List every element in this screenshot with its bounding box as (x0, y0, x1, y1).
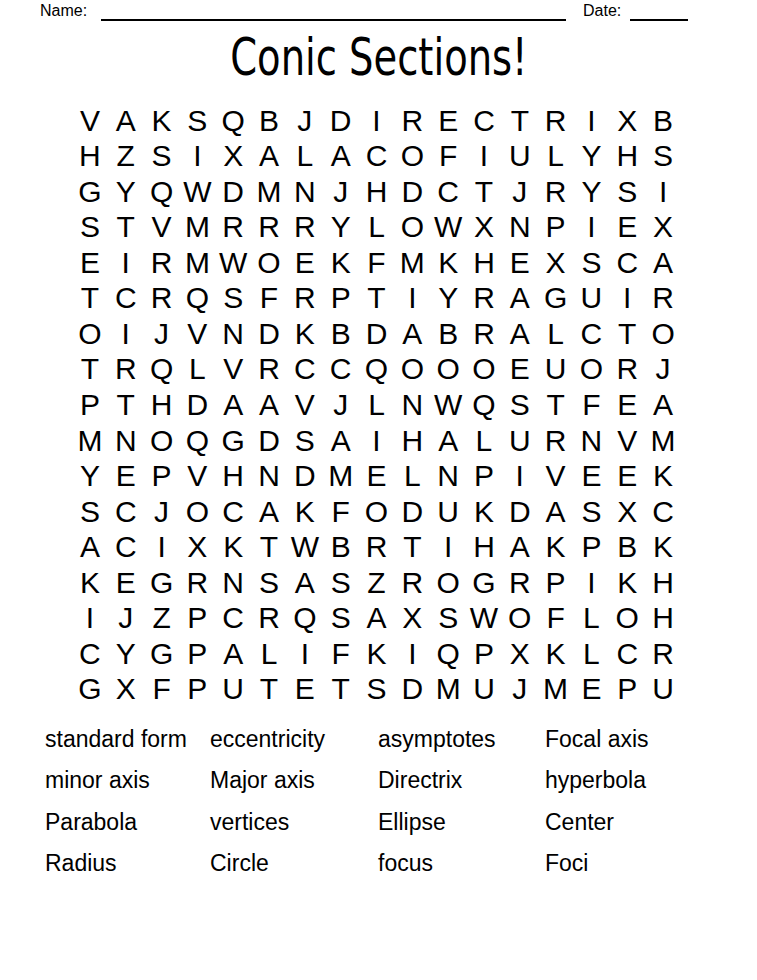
word-list-item: focus (378, 843, 545, 884)
grid-cell-r9c13[interactable]: S (502, 387, 538, 423)
grid-cell-r14c4[interactable]: R (179, 565, 215, 601)
grid-cell-r12c10[interactable]: D (394, 494, 430, 530)
grid-cell-r2c13[interactable]: U (502, 139, 538, 175)
word-list-item: minor axis (45, 760, 210, 801)
grid-cell-r3c3[interactable]: Q (144, 174, 180, 210)
grid-cell-r9c2[interactable]: T (108, 387, 144, 423)
grid-cell-r14c7[interactable]: A (287, 565, 323, 601)
grid-cell-r15c14[interactable]: F (538, 600, 574, 636)
grid-cell-r17c6[interactable]: T (251, 671, 287, 707)
grid-cell-r6c8[interactable]: P (323, 281, 359, 317)
grid-cell-r4c11[interactable]: W (430, 210, 466, 246)
grid-cell-r4c14[interactable]: P (538, 210, 574, 246)
grid-cell-r1c5[interactable]: Q (215, 103, 251, 139)
grid-cell-r4c8[interactable]: Y (323, 210, 359, 246)
grid-cell-r17c5[interactable]: U (215, 671, 251, 707)
word-list-item: hyperbola (545, 760, 725, 801)
grid-cell-r10c7[interactable]: S (287, 423, 323, 459)
grid-cell-r1c11[interactable]: E (430, 103, 466, 139)
grid-cell-r5c15[interactable]: S (574, 245, 610, 281)
grid-cell-r16c3[interactable]: G (144, 636, 180, 672)
grid-cell-r9c3[interactable]: H (144, 387, 180, 423)
grid-cell-r7c14[interactable]: L (538, 316, 574, 352)
grid-cell-r17c17[interactable]: U (645, 671, 681, 707)
grid-cell-r13c5[interactable]: K (215, 529, 251, 565)
grid-cell-r5c3[interactable]: R (144, 245, 180, 281)
grid-cell-r17c8[interactable]: T (323, 671, 359, 707)
grid-cell-r7c10[interactable]: A (394, 316, 430, 352)
grid-cell-r1c4[interactable]: S (179, 103, 215, 139)
grid-cell-r1c1[interactable]: V (72, 103, 108, 139)
grid-cell-r13c7[interactable]: W (287, 529, 323, 565)
grid-cell-r2c5[interactable]: X (215, 139, 251, 175)
grid-cell-r14c9[interactable]: Z (359, 565, 395, 601)
grid-cell-r14c3[interactable]: G (144, 565, 180, 601)
word-list-item: Major axis (210, 760, 378, 801)
grid-cell-r2c3[interactable]: S (144, 139, 180, 175)
grid-cell-r7c8[interactable]: B (323, 316, 359, 352)
grid-cell-r13c1[interactable]: A (72, 529, 108, 565)
grid-cell-r7c9[interactable]: D (359, 316, 395, 352)
grid-cell-r12c5[interactable]: C (215, 494, 251, 530)
grid-cell-r15c2[interactable]: J (108, 600, 144, 636)
grid-cell-r6c4[interactable]: Q (179, 281, 215, 317)
grid-cell-r11c12[interactable]: P (466, 458, 502, 494)
grid-cell-r1c2[interactable]: A (108, 103, 144, 139)
grid-cell-r12c4[interactable]: O (179, 494, 215, 530)
grid-cell-r3c14[interactable]: R (538, 174, 574, 210)
grid-cell-r10c15[interactable]: N (574, 423, 610, 459)
grid-cell-r14c11[interactable]: O (430, 565, 466, 601)
grid-cell-r15c16[interactable]: O (609, 600, 645, 636)
grid-cell-r3c2[interactable]: Y (108, 174, 144, 210)
grid-cell-r14c12[interactable]: G (466, 565, 502, 601)
grid-cell-r8c16[interactable]: R (609, 352, 645, 388)
grid-cell-r16c17[interactable]: R (645, 636, 681, 672)
grid-cell-r8c3[interactable]: Q (144, 352, 180, 388)
grid-cell-r17c7[interactable]: E (287, 671, 323, 707)
grid-cell-r11c17[interactable]: K (645, 458, 681, 494)
grid-cell-r11c10[interactable]: L (394, 458, 430, 494)
grid-cell-r7c7[interactable]: K (287, 316, 323, 352)
grid-cell-r5c8[interactable]: K (323, 245, 359, 281)
grid-cell-r9c4[interactable]: D (179, 387, 215, 423)
grid-cell-r15c1[interactable]: I (72, 600, 108, 636)
grid-cell-r4c9[interactable]: L (359, 210, 395, 246)
grid-cell-r13c9[interactable]: R (359, 529, 395, 565)
grid-cell-r10c6[interactable]: D (251, 423, 287, 459)
grid-cell-r6c6[interactable]: F (251, 281, 287, 317)
grid-cell-r12c8[interactable]: F (323, 494, 359, 530)
grid-cell-r12c9[interactable]: O (359, 494, 395, 530)
grid-cell-r14c1[interactable]: K (72, 565, 108, 601)
grid-cell-r13c8[interactable]: B (323, 529, 359, 565)
grid-cell-r11c8[interactable]: M (323, 458, 359, 494)
grid-cell-r3c7[interactable]: N (287, 174, 323, 210)
grid-cell-r3c1[interactable]: G (72, 174, 108, 210)
grid-cell-r16c11[interactable]: Q (430, 636, 466, 672)
grid-cell-r2c17[interactable]: S (645, 139, 681, 175)
grid-cell-r13c14[interactable]: K (538, 529, 574, 565)
grid-cell-r7c5[interactable]: N (215, 316, 251, 352)
worksheet-page: Name: Date: Conic Sections! VAKSQBJDIREC… (0, 0, 757, 980)
grid-cell-r15c15[interactable]: L (574, 600, 610, 636)
grid-cell-r16c1[interactable]: C (72, 636, 108, 672)
grid-cell-r12c16[interactable]: X (609, 494, 645, 530)
grid-cell-r3c16[interactable]: S (609, 174, 645, 210)
grid-cell-r8c4[interactable]: L (179, 352, 215, 388)
grid-cell-r3c15[interactable]: Y (574, 174, 610, 210)
grid-cell-r1c9[interactable]: I (359, 103, 395, 139)
grid-cell-r10c11[interactable]: A (430, 423, 466, 459)
grid-cell-r13c15[interactable]: P (574, 529, 610, 565)
grid-cell-r3c6[interactable]: M (251, 174, 287, 210)
grid-cell-r5c6[interactable]: O (251, 245, 287, 281)
grid-cell-r12c13[interactable]: D (502, 494, 538, 530)
grid-cell-r16c13[interactable]: X (502, 636, 538, 672)
grid-cell-r6c15[interactable]: U (574, 281, 610, 317)
grid-cell-r1c8[interactable]: D (323, 103, 359, 139)
grid-cell-r17c16[interactable]: P (609, 671, 645, 707)
grid-cell-r13c17[interactable]: K (645, 529, 681, 565)
grid-cell-r15c11[interactable]: S (430, 600, 466, 636)
word-list-item: vertices (210, 802, 378, 843)
grid-cell-r7c1[interactable]: O (72, 316, 108, 352)
grid-cell-r3c4[interactable]: W (179, 174, 215, 210)
grid-cell-r6c16[interactable]: I (609, 281, 645, 317)
grid-cell-r17c14[interactable]: M (538, 671, 574, 707)
grid-cell-r4c17[interactable]: X (645, 210, 681, 246)
grid-cell-r11c14[interactable]: V (538, 458, 574, 494)
grid-cell-r2c7[interactable]: L (287, 139, 323, 175)
grid-cell-r11c6[interactable]: N (251, 458, 287, 494)
grid-cell-r8c8[interactable]: C (323, 352, 359, 388)
grid-cell-r8c5[interactable]: V (215, 352, 251, 388)
grid-cell-r14c15[interactable]: I (574, 565, 610, 601)
grid-cell-r13c6[interactable]: T (251, 529, 287, 565)
grid-cell-r2c16[interactable]: H (609, 139, 645, 175)
grid-cell-r6c13[interactable]: A (502, 281, 538, 317)
grid-cell-r1c10[interactable]: R (394, 103, 430, 139)
word-list-item: Ellipse (378, 802, 545, 843)
grid-cell-r16c15[interactable]: L (574, 636, 610, 672)
grid-cell-r4c15[interactable]: I (574, 210, 610, 246)
grid-cell-r1c7[interactable]: J (287, 103, 323, 139)
grid-cell-r5c17[interactable]: A (645, 245, 681, 281)
grid-cell-r2c1[interactable]: H (72, 139, 108, 175)
grid-cell-r15c7[interactable]: Q (287, 600, 323, 636)
grid-cell-r2c8[interactable]: A (323, 139, 359, 175)
grid-cell-r13c4[interactable]: X (179, 529, 215, 565)
grid-cell-r14c8[interactable]: S (323, 565, 359, 601)
grid-cell-r3c13[interactable]: J (502, 174, 538, 210)
grid-cell-r10c12[interactable]: L (466, 423, 502, 459)
grid-cell-r2c2[interactable]: Z (108, 139, 144, 175)
grid-cell-r9c16[interactable]: E (609, 387, 645, 423)
grid-cell-r2c15[interactable]: Y (574, 139, 610, 175)
grid-cell-r2c10[interactable]: O (394, 139, 430, 175)
grid-cell-r13c11[interactable]: I (430, 529, 466, 565)
grid-cell-r7c17[interactable]: O (645, 316, 681, 352)
grid-cell-r8c17[interactable]: J (645, 352, 681, 388)
grid-cell-r17c13[interactable]: J (502, 671, 538, 707)
grid-cell-r10c17[interactable]: M (645, 423, 681, 459)
grid-cell-r11c16[interactable]: E (609, 458, 645, 494)
grid-cell-r16c12[interactable]: P (466, 636, 502, 672)
grid-cell-r9c17[interactable]: A (645, 387, 681, 423)
grid-cell-r17c9[interactable]: S (359, 671, 395, 707)
grid-cell-r10c8[interactable]: A (323, 423, 359, 459)
grid-cell-r11c5[interactable]: H (215, 458, 251, 494)
grid-cell-r15c3[interactable]: Z (144, 600, 180, 636)
grid-cell-r5c5[interactable]: W (215, 245, 251, 281)
grid-cell-r14c6[interactable]: S (251, 565, 287, 601)
grid-cell-r4c2[interactable]: T (108, 210, 144, 246)
grid-cell-r8c12[interactable]: O (466, 352, 502, 388)
grid-cell-r8c7[interactable]: C (287, 352, 323, 388)
grid-cell-r12c17[interactable]: C (645, 494, 681, 530)
grid-cell-r16c16[interactable]: C (609, 636, 645, 672)
grid-cell-r7c15[interactable]: C (574, 316, 610, 352)
grid-cell-r2c6[interactable]: A (251, 139, 287, 175)
grid-cell-r7c12[interactable]: R (466, 316, 502, 352)
grid-cell-r2c9[interactable]: C (359, 139, 395, 175)
grid-cell-r15c4[interactable]: P (179, 600, 215, 636)
grid-cell-r14c10[interactable]: R (394, 565, 430, 601)
grid-cell-r4c12[interactable]: X (466, 210, 502, 246)
grid-cell-r7c4[interactable]: V (179, 316, 215, 352)
grid-cell-r17c3[interactable]: F (144, 671, 180, 707)
grid-cell-r5c9[interactable]: F (359, 245, 395, 281)
grid-cell-r15c17[interactable]: H (645, 600, 681, 636)
grid-cell-r9c7[interactable]: V (287, 387, 323, 423)
grid-cell-r1c13[interactable]: T (502, 103, 538, 139)
grid-cell-r5c16[interactable]: C (609, 245, 645, 281)
grid-cell-r3c11[interactable]: C (430, 174, 466, 210)
grid-cell-r6c14[interactable]: G (538, 281, 574, 317)
grid-cell-r11c13[interactable]: I (502, 458, 538, 494)
grid-cell-r4c6[interactable]: R (251, 210, 287, 246)
grid-cell-r16c7[interactable]: I (287, 636, 323, 672)
grid-cell-r6c12[interactable]: R (466, 281, 502, 317)
grid-cell-r6c2[interactable]: C (108, 281, 144, 317)
grid-cell-r9c15[interactable]: F (574, 387, 610, 423)
grid-cell-r16c9[interactable]: K (359, 636, 395, 672)
grid-cell-r10c13[interactable]: U (502, 423, 538, 459)
grid-cell-r16c4[interactable]: P (179, 636, 215, 672)
grid-cell-r1c3[interactable]: K (144, 103, 180, 139)
grid-cell-r4c10[interactable]: O (394, 210, 430, 246)
grid-cell-r6c1[interactable]: T (72, 281, 108, 317)
grid-cell-r6c17[interactable]: R (645, 281, 681, 317)
grid-cell-r12c12[interactable]: K (466, 494, 502, 530)
grid-cell-r11c1[interactable]: Y (72, 458, 108, 494)
grid-cell-r15c10[interactable]: X (394, 600, 430, 636)
grid-cell-r3c8[interactable]: J (323, 174, 359, 210)
grid-cell-r15c5[interactable]: C (215, 600, 251, 636)
grid-cell-r17c2[interactable]: X (108, 671, 144, 707)
grid-cell-r3c17[interactable]: I (645, 174, 681, 210)
grid-cell-r11c2[interactable]: E (108, 458, 144, 494)
grid-cell-r15c8[interactable]: S (323, 600, 359, 636)
grid-cell-r12c14[interactable]: A (538, 494, 574, 530)
grid-cell-r9c1[interactable]: P (72, 387, 108, 423)
grid-cell-r12c3[interactable]: J (144, 494, 180, 530)
grid-cell-r10c10[interactable]: H (394, 423, 430, 459)
grid-cell-r10c16[interactable]: V (609, 423, 645, 459)
grid-cell-r8c1[interactable]: T (72, 352, 108, 388)
grid-cell-r1c17[interactable]: B (645, 103, 681, 139)
grid-cell-r12c2[interactable]: C (108, 494, 144, 530)
grid-cell-r7c6[interactable]: D (251, 316, 287, 352)
grid-cell-r10c14[interactable]: R (538, 423, 574, 459)
grid-cell-r11c3[interactable]: P (144, 458, 180, 494)
grid-cell-r5c11[interactable]: K (430, 245, 466, 281)
grid-cell-r3c9[interactable]: H (359, 174, 395, 210)
grid-cell-r5c10[interactable]: M (394, 245, 430, 281)
grid-cell-r10c1[interactable]: M (72, 423, 108, 459)
grid-cell-r16c2[interactable]: Y (108, 636, 144, 672)
grid-cell-r8c11[interactable]: O (430, 352, 466, 388)
grid-cell-r13c13[interactable]: A (502, 529, 538, 565)
grid-cell-r13c3[interactable]: I (144, 529, 180, 565)
grid-cell-r8c6[interactable]: R (251, 352, 287, 388)
grid-cell-r8c14[interactable]: U (538, 352, 574, 388)
grid-cell-r4c4[interactable]: M (179, 210, 215, 246)
grid-cell-r11c11[interactable]: N (430, 458, 466, 494)
grid-cell-r4c3[interactable]: V (144, 210, 180, 246)
grid-cell-r10c4[interactable]: Q (179, 423, 215, 459)
grid-cell-r7c2[interactable]: I (108, 316, 144, 352)
grid-cell-r10c2[interactable]: N (108, 423, 144, 459)
grid-cell-r8c15[interactable]: O (574, 352, 610, 388)
grid-cell-r17c1[interactable]: G (72, 671, 108, 707)
grid-cell-r9c10[interactable]: N (394, 387, 430, 423)
grid-cell-r4c16[interactable]: E (609, 210, 645, 246)
grid-cell-r14c2[interactable]: E (108, 565, 144, 601)
grid-cell-r11c4[interactable]: V (179, 458, 215, 494)
grid-cell-r3c12[interactable]: T (466, 174, 502, 210)
grid-cell-r16c10[interactable]: I (394, 636, 430, 672)
grid-cell-r13c10[interactable]: T (394, 529, 430, 565)
grid-cell-r13c16[interactable]: B (609, 529, 645, 565)
grid-cell-r14c14[interactable]: P (538, 565, 574, 601)
grid-cell-r6c11[interactable]: Y (430, 281, 466, 317)
grid-cell-r8c13[interactable]: E (502, 352, 538, 388)
grid-cell-r9c14[interactable]: T (538, 387, 574, 423)
grid-cell-r15c13[interactable]: O (502, 600, 538, 636)
grid-cell-r14c16[interactable]: K (609, 565, 645, 601)
grid-cell-r5c1[interactable]: E (72, 245, 108, 281)
grid-cell-r16c14[interactable]: K (538, 636, 574, 672)
grid-cell-r7c13[interactable]: A (502, 316, 538, 352)
grid-cell-r12c6[interactable]: A (251, 494, 287, 530)
grid-cell-r15c12[interactable]: W (466, 600, 502, 636)
grid-cell-r10c5[interactable]: G (215, 423, 251, 459)
grid-cell-r5c2[interactable]: I (108, 245, 144, 281)
grid-cell-r6c3[interactable]: R (144, 281, 180, 317)
grid-cell-r8c10[interactable]: O (394, 352, 430, 388)
grid-cell-r2c4[interactable]: I (179, 139, 215, 175)
grid-cell-r2c11[interactable]: F (430, 139, 466, 175)
grid-cell-r9c11[interactable]: W (430, 387, 466, 423)
grid-cell-r6c5[interactable]: S (215, 281, 251, 317)
grid-cell-r5c13[interactable]: E (502, 245, 538, 281)
grid-cell-r12c11[interactable]: U (430, 494, 466, 530)
grid-cell-r11c7[interactable]: D (287, 458, 323, 494)
grid-cell-r12c1[interactable]: S (72, 494, 108, 530)
grid-cell-r14c17[interactable]: H (645, 565, 681, 601)
grid-cell-r12c15[interactable]: S (574, 494, 610, 530)
grid-cell-r3c5[interactable]: D (215, 174, 251, 210)
grid-cell-r12c7[interactable]: K (287, 494, 323, 530)
grid-cell-r13c2[interactable]: C (108, 529, 144, 565)
word-list-item: Center (545, 802, 725, 843)
grid-cell-r4c1[interactable]: S (72, 210, 108, 246)
grid-cell-r16c5[interactable]: A (215, 636, 251, 672)
grid-cell-r13c12[interactable]: H (466, 529, 502, 565)
grid-cell-r2c14[interactable]: L (538, 139, 574, 175)
grid-cell-r1c16[interactable]: X (609, 103, 645, 139)
grid-cell-r6c10[interactable]: I (394, 281, 430, 317)
grid-cell-r16c8[interactable]: F (323, 636, 359, 672)
grid-cell-r17c15[interactable]: E (574, 671, 610, 707)
grid-cell-r10c9[interactable]: I (359, 423, 395, 459)
grid-cell-r4c13[interactable]: N (502, 210, 538, 246)
grid-cell-r7c3[interactable]: J (144, 316, 180, 352)
grid-cell-r1c12[interactable]: C (466, 103, 502, 139)
grid-cell-r7c11[interactable]: B (430, 316, 466, 352)
grid-cell-r17c11[interactable]: M (430, 671, 466, 707)
grid-cell-r1c14[interactable]: R (538, 103, 574, 139)
grid-cell-r11c9[interactable]: E (359, 458, 395, 494)
word-list-item: eccentricity (210, 719, 378, 760)
grid-cell-r15c9[interactable]: A (359, 600, 395, 636)
grid-cell-r2c12[interactable]: I (466, 139, 502, 175)
grid-cell-r15c6[interactable]: R (251, 600, 287, 636)
grid-cell-r9c12[interactable]: Q (466, 387, 502, 423)
grid-cell-r10c3[interactable]: O (144, 423, 180, 459)
grid-cell-r5c4[interactable]: M (179, 245, 215, 281)
grid-cell-r4c5[interactable]: R (215, 210, 251, 246)
grid-cell-r8c9[interactable]: Q (359, 352, 395, 388)
grid-cell-r6c7[interactable]: R (287, 281, 323, 317)
grid-cell-r3c10[interactable]: D (394, 174, 430, 210)
grid-cell-r5c14[interactable]: X (538, 245, 574, 281)
puzzle-title: Conic Sections! (230, 28, 527, 86)
grid-cell-r9c6[interactable]: A (251, 387, 287, 423)
grid-cell-r17c12[interactable]: U (466, 671, 502, 707)
grid-cell-r9c5[interactable]: A (215, 387, 251, 423)
grid-cell-r7c16[interactable]: T (609, 316, 645, 352)
grid-cell-r4c7[interactable]: R (287, 210, 323, 246)
grid-cell-r5c12[interactable]: H (466, 245, 502, 281)
grid-cell-r8c2[interactable]: R (108, 352, 144, 388)
grid-cell-r14c5[interactable]: N (215, 565, 251, 601)
grid-cell-r9c8[interactable]: J (323, 387, 359, 423)
grid-cell-r1c6[interactable]: B (251, 103, 287, 139)
grid-cell-r9c9[interactable]: L (359, 387, 395, 423)
word-list-item: Foci (545, 843, 725, 884)
grid-cell-r17c4[interactable]: P (179, 671, 215, 707)
grid-cell-r5c7[interactable]: E (287, 245, 323, 281)
grid-cell-r1c15[interactable]: I (574, 103, 610, 139)
grid-cell-r6c9[interactable]: T (359, 281, 395, 317)
grid-cell-r14c13[interactable]: R (502, 565, 538, 601)
grid-cell-r11c15[interactable]: E (574, 458, 610, 494)
grid-cell-r16c6[interactable]: L (251, 636, 287, 672)
grid-cell-r17c10[interactable]: D (394, 671, 430, 707)
